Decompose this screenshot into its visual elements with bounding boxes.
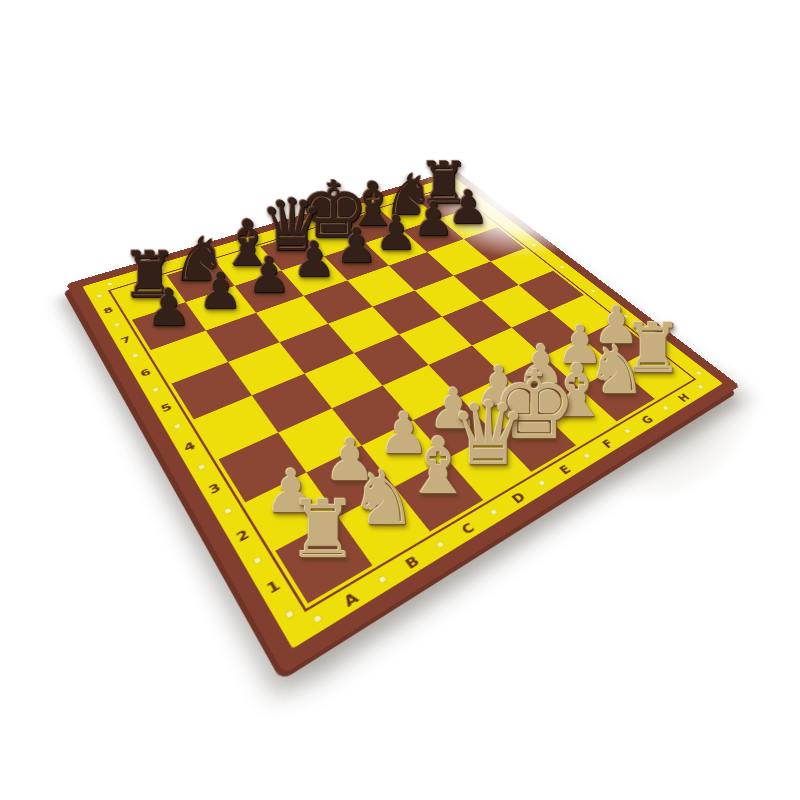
piece-bP-d7: ♟ [292, 236, 335, 285]
piece-bP-f7: ♟ [375, 209, 417, 256]
piece-wN-b1: ♞ [350, 461, 418, 536]
chess-set-photo: ABCDEFGH12345678 ♜♞♝♛♚♝♞♜♟♟♟♟♟♟♟♟♟♟♟♟♟♟♟… [0, 0, 800, 800]
pieces-layer: ♜♞♝♛♚♝♞♜♟♟♟♟♟♟♟♟♟♟♟♟♟♟♟♟♜♞♝♛♚♝♞♜ [0, 0, 800, 800]
piece-bP-b7: ♟ [198, 266, 243, 316]
piece-bP-e7: ♟ [335, 222, 378, 270]
piece-bP-a7: ♟ [146, 283, 192, 334]
piece-bP-g7: ♟ [412, 197, 454, 244]
piece-wR-a1: ♜ [288, 491, 360, 571]
piece-bP-c7: ♟ [247, 251, 291, 300]
